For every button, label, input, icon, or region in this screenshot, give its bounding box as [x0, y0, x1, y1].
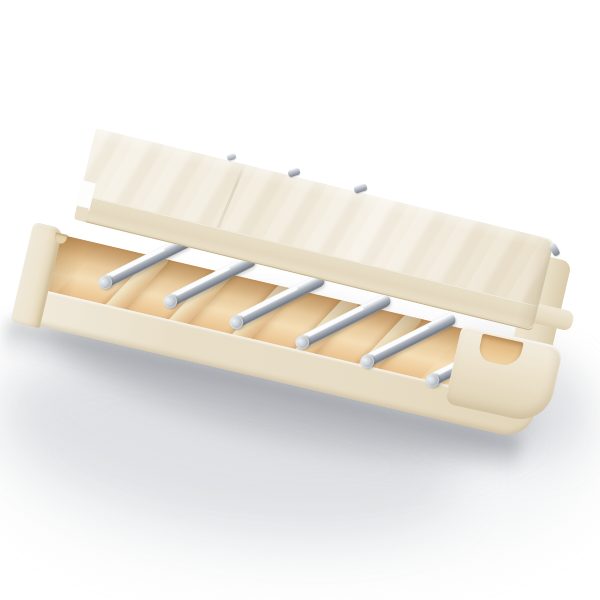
product-photo-scene: [0, 0, 600, 600]
pin-tail: [287, 167, 301, 177]
solder-tails-layer: [0, 0, 600, 600]
pin-tail: [226, 153, 236, 161]
pin-tail: [353, 183, 368, 194]
pin-tail: [548, 242, 560, 257]
